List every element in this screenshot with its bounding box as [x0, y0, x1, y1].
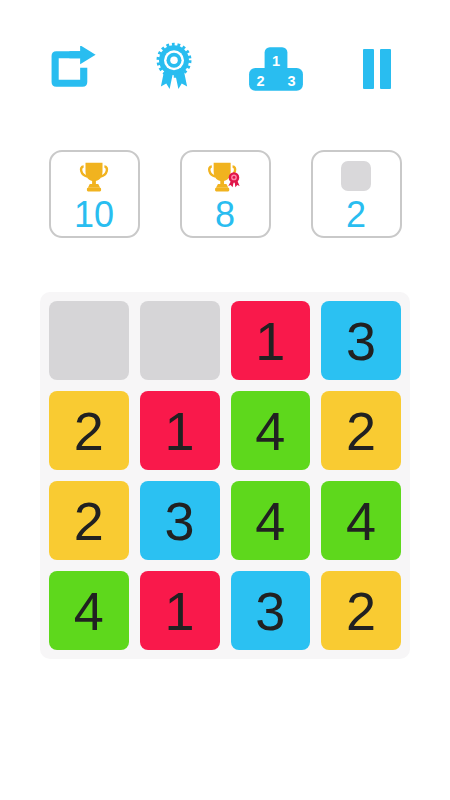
empty-cell: [140, 301, 220, 380]
tile-3[interactable]: 3: [321, 301, 401, 380]
current-score-card: 8: [180, 150, 271, 238]
empty-tile-icon: [341, 157, 371, 195]
podium-third-label: 3: [287, 73, 295, 89]
empty-tiles-card: 2: [311, 150, 402, 238]
best-score-value: 10: [74, 195, 114, 235]
award-button[interactable]: [145, 40, 203, 98]
trophy-rosette-icon: [205, 157, 245, 195]
tile-2[interactable]: 2: [49, 481, 129, 560]
game-board: 13214223444132: [40, 292, 410, 659]
tile-3[interactable]: 3: [140, 481, 220, 560]
empty-cell: [49, 301, 129, 380]
tile-3[interactable]: 3: [231, 571, 311, 650]
tile-1[interactable]: 1: [140, 571, 220, 650]
tile-1[interactable]: 1: [140, 391, 220, 470]
share-icon: [48, 46, 98, 92]
tile-4[interactable]: 4: [321, 481, 401, 560]
toolbar: 1 2 3: [0, 40, 450, 98]
leaderboard-button[interactable]: 1 2 3: [247, 40, 305, 98]
tile-2[interactable]: 2: [321, 391, 401, 470]
leaderboard-podium-icon: 1 2 3: [247, 45, 305, 93]
best-score-card: 10: [49, 150, 140, 238]
tile-2[interactable]: 2: [49, 391, 129, 470]
pause-button[interactable]: [348, 40, 406, 98]
tile-4[interactable]: 4: [231, 481, 311, 560]
trophy-gold-icon: [77, 157, 111, 195]
tile-4[interactable]: 4: [231, 391, 311, 470]
app-screen: 1 2 3: [0, 40, 450, 800]
stats-row: 10: [0, 150, 450, 238]
podium-second-label: 2: [256, 73, 264, 89]
tile-2[interactable]: 2: [321, 571, 401, 650]
share-button[interactable]: [44, 40, 102, 98]
tile-1[interactable]: 1: [231, 301, 311, 380]
empty-tiles-value: 2: [346, 195, 366, 235]
pause-icon: [357, 44, 397, 94]
award-rosette-icon: [149, 40, 199, 98]
current-score-value: 8: [215, 195, 235, 235]
tile-4[interactable]: 4: [49, 571, 129, 650]
podium-first-label: 1: [272, 53, 280, 69]
